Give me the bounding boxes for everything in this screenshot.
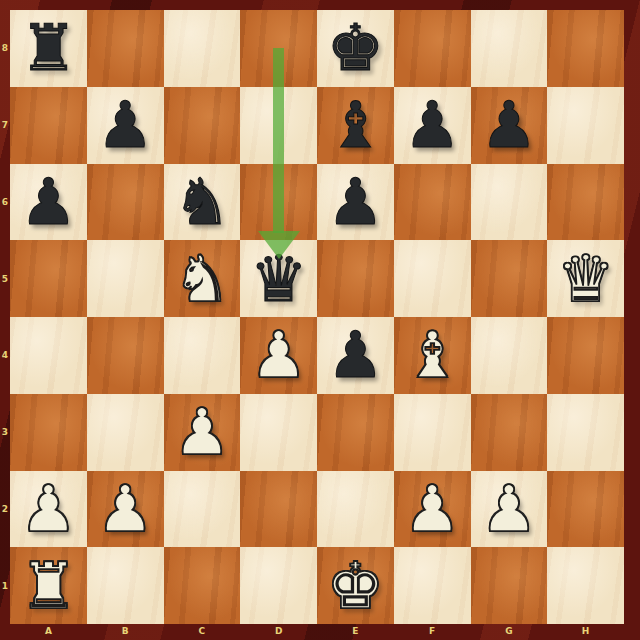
square-b6[interactable] [87, 164, 164, 241]
square-g1[interactable] [471, 547, 548, 624]
square-a3[interactable] [10, 394, 87, 471]
square-c2[interactable] [164, 471, 241, 548]
square-b1[interactable] [87, 547, 164, 624]
square-e6[interactable]: ♟ [317, 164, 394, 241]
rank-label-2: 2 [0, 471, 10, 548]
file-label-f: F [394, 624, 471, 640]
piece-black-knight-c6[interactable]: ♞ [173, 164, 230, 240]
file-label-h: H [547, 624, 624, 640]
square-a6[interactable]: ♟ [10, 164, 87, 241]
file-label-b: B [87, 624, 164, 640]
square-e7[interactable]: ♝ [317, 87, 394, 164]
rank-label-5: 5 [0, 240, 10, 317]
chess-board-window: ♜♚♟♝♟♟♟♞♟♞♛♛♟♟♝♟♟♟♟♟♜♚ 87654321 ABCDEFGH [0, 0, 640, 640]
square-c4[interactable] [164, 317, 241, 394]
piece-white-bishop-f4[interactable]: ♝ [403, 317, 460, 393]
piece-black-pawn-e6[interactable]: ♟ [327, 164, 384, 240]
square-d4[interactable]: ♟ [240, 317, 317, 394]
piece-white-pawn-c3[interactable]: ♟ [173, 394, 230, 470]
square-b8[interactable] [87, 10, 164, 87]
square-f4[interactable]: ♝ [394, 317, 471, 394]
square-g5[interactable] [471, 240, 548, 317]
piece-black-pawn-b7[interactable]: ♟ [96, 87, 153, 163]
square-b4[interactable] [87, 317, 164, 394]
piece-black-pawn-g7[interactable]: ♟ [480, 87, 537, 163]
square-c6[interactable]: ♞ [164, 164, 241, 241]
move-arrow-head-icon [258, 231, 300, 259]
square-d2[interactable] [240, 471, 317, 548]
move-arrow-tail [273, 48, 284, 232]
square-a1[interactable]: ♜ [10, 547, 87, 624]
square-f7[interactable]: ♟ [394, 87, 471, 164]
chess-board: ♜♚♟♝♟♟♟♞♟♞♛♛♟♟♝♟♟♟♟♟♜♚ [10, 10, 624, 624]
piece-black-pawn-a6[interactable]: ♟ [20, 164, 77, 240]
rank-coordinates: 87654321 [0, 10, 10, 624]
square-d1[interactable] [240, 547, 317, 624]
square-f5[interactable] [394, 240, 471, 317]
rank-label-7: 7 [0, 87, 10, 164]
square-a8[interactable]: ♜ [10, 10, 87, 87]
piece-black-rook-a8[interactable]: ♜ [20, 10, 77, 86]
square-b5[interactable] [87, 240, 164, 317]
square-h7[interactable] [547, 87, 624, 164]
square-f1[interactable] [394, 547, 471, 624]
square-e8[interactable]: ♚ [317, 10, 394, 87]
rank-label-8: 8 [0, 10, 10, 87]
piece-white-pawn-g2[interactable]: ♟ [480, 471, 537, 547]
square-h6[interactable] [547, 164, 624, 241]
piece-white-rook-a1[interactable]: ♜ [20, 548, 77, 624]
file-label-g: G [471, 624, 548, 640]
square-g2[interactable]: ♟ [471, 471, 548, 548]
square-f2[interactable]: ♟ [394, 471, 471, 548]
square-a5[interactable] [10, 240, 87, 317]
square-b7[interactable]: ♟ [87, 87, 164, 164]
square-c5[interactable]: ♞ [164, 240, 241, 317]
square-h3[interactable] [547, 394, 624, 471]
square-g6[interactable] [471, 164, 548, 241]
square-e1[interactable]: ♚ [317, 547, 394, 624]
square-e5[interactable] [317, 240, 394, 317]
piece-white-king-e1[interactable]: ♚ [327, 548, 384, 624]
square-c7[interactable] [164, 87, 241, 164]
piece-white-pawn-d4[interactable]: ♟ [250, 317, 307, 393]
rank-label-4: 4 [0, 317, 10, 394]
square-h4[interactable] [547, 317, 624, 394]
piece-black-bishop-e7[interactable]: ♝ [327, 87, 384, 163]
file-label-e: E [317, 624, 394, 640]
rank-label-3: 3 [0, 394, 10, 471]
square-e4[interactable]: ♟ [317, 317, 394, 394]
square-b3[interactable] [87, 394, 164, 471]
square-a4[interactable] [10, 317, 87, 394]
square-c1[interactable] [164, 547, 241, 624]
rank-label-6: 6 [0, 164, 10, 241]
piece-white-pawn-b2[interactable]: ♟ [96, 471, 153, 547]
square-g8[interactable] [471, 10, 548, 87]
square-h8[interactable] [547, 10, 624, 87]
square-e3[interactable] [317, 394, 394, 471]
square-c8[interactable] [164, 10, 241, 87]
square-g7[interactable]: ♟ [471, 87, 548, 164]
piece-black-king-e8[interactable]: ♚ [327, 10, 384, 86]
file-label-c: C [164, 624, 241, 640]
square-e2[interactable] [317, 471, 394, 548]
piece-white-pawn-a2[interactable]: ♟ [20, 471, 77, 547]
rank-label-1: 1 [0, 547, 10, 624]
square-h2[interactable] [547, 471, 624, 548]
square-h5[interactable]: ♛ [547, 240, 624, 317]
square-a7[interactable] [10, 87, 87, 164]
square-c3[interactable]: ♟ [164, 394, 241, 471]
file-coordinates: ABCDEFGH [10, 624, 624, 640]
square-f3[interactable] [394, 394, 471, 471]
file-label-a: A [10, 624, 87, 640]
square-b2[interactable]: ♟ [87, 471, 164, 548]
piece-black-pawn-e4[interactable]: ♟ [327, 317, 384, 393]
file-label-d: D [240, 624, 317, 640]
square-a2[interactable]: ♟ [10, 471, 87, 548]
piece-white-knight-c5[interactable]: ♞ [173, 241, 230, 317]
square-f6[interactable] [394, 164, 471, 241]
piece-white-queen-h5[interactable]: ♛ [557, 241, 614, 317]
square-g4[interactable] [471, 317, 548, 394]
piece-white-pawn-f2[interactable]: ♟ [403, 471, 460, 547]
square-f8[interactable] [394, 10, 471, 87]
square-d3[interactable] [240, 394, 317, 471]
piece-black-pawn-f7[interactable]: ♟ [403, 87, 460, 163]
square-h1[interactable] [547, 547, 624, 624]
square-g3[interactable] [471, 394, 548, 471]
